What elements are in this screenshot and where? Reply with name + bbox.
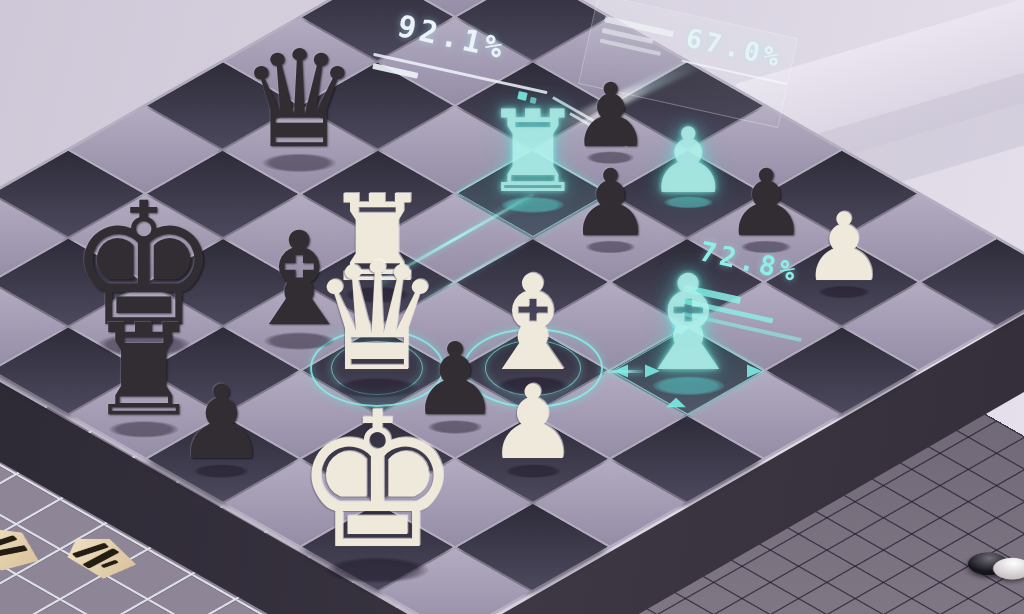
shogi-piece-partial	[0, 521, 50, 574]
chess-ai-scene: 92.1% 67.0% 72.8% ♚♛♜♝♟♟♚♛♜♝♟♟♟♟♟♜♟♝	[0, 0, 1024, 614]
